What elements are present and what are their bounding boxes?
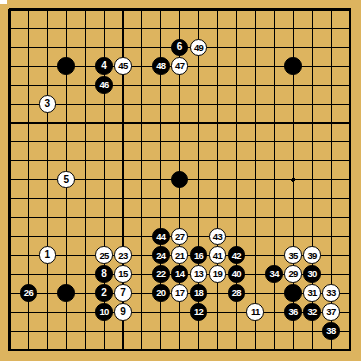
stone-white-3[interactable]: 3 [39, 95, 57, 113]
stone-black-34[interactable]: 34 [265, 265, 283, 283]
stone-black-30[interactable]: 30 [303, 265, 321, 283]
stone-black-handicap[interactable] [57, 57, 75, 75]
stone-white-29[interactable]: 29 [284, 265, 302, 283]
stone-white-45[interactable]: 45 [114, 57, 132, 75]
stone-black-46[interactable]: 46 [95, 76, 113, 94]
stone-black-12[interactable]: 12 [190, 303, 208, 321]
stone-black-4[interactable]: 4 [95, 57, 113, 75]
stone-white-21[interactable]: 21 [171, 246, 189, 264]
stone-white-1[interactable]: 1 [39, 246, 57, 264]
stone-black-32[interactable]: 32 [303, 303, 321, 321]
go-board[interactable]: 1234567891011121314151617181920212223242… [0, 0, 361, 361]
stone-white-13[interactable]: 13 [190, 265, 208, 283]
stone-white-41[interactable]: 41 [209, 246, 227, 264]
stone-black-2[interactable]: 2 [95, 284, 113, 302]
stone-white-31[interactable]: 31 [303, 284, 321, 302]
stone-white-27[interactable]: 27 [171, 228, 189, 246]
stone-black-16[interactable]: 16 [190, 246, 208, 264]
stone-white-43[interactable]: 43 [209, 228, 227, 246]
stone-white-11[interactable]: 11 [246, 303, 264, 321]
stone-black-22[interactable]: 22 [152, 265, 170, 283]
stone-black-36[interactable]: 36 [284, 303, 302, 321]
stone-black-26[interactable]: 26 [20, 284, 38, 302]
stone-black-14[interactable]: 14 [171, 265, 189, 283]
stone-white-25[interactable]: 25 [95, 246, 113, 264]
stone-black-8[interactable]: 8 [95, 265, 113, 283]
stone-black-42[interactable]: 42 [228, 246, 246, 264]
stone-black-handicap[interactable] [171, 171, 189, 189]
stone-black-40[interactable]: 40 [228, 265, 246, 283]
stone-white-35[interactable]: 35 [284, 246, 302, 264]
screen-corner-artifact [0, 0, 7, 4]
stone-black-28[interactable]: 28 [228, 284, 246, 302]
stone-white-19[interactable]: 19 [209, 265, 227, 283]
stone-white-39[interactable]: 39 [303, 246, 321, 264]
stone-black-6[interactable]: 6 [171, 39, 189, 57]
stones-layer: 1234567891011121314151617181920212223242… [0, 0, 359, 359]
stone-white-7[interactable]: 7 [114, 284, 132, 302]
stone-black-handicap[interactable] [284, 284, 302, 302]
stone-black-24[interactable]: 24 [152, 246, 170, 264]
stone-black-20[interactable]: 20 [152, 284, 170, 302]
stone-black-10[interactable]: 10 [95, 303, 113, 321]
stone-black-18[interactable]: 18 [190, 284, 208, 302]
stone-black-44[interactable]: 44 [152, 228, 170, 246]
stone-white-17[interactable]: 17 [171, 284, 189, 302]
stone-white-15[interactable]: 15 [114, 265, 132, 283]
stone-white-47[interactable]: 47 [171, 57, 189, 75]
stone-black-38[interactable]: 38 [322, 322, 340, 340]
stone-white-5[interactable]: 5 [57, 171, 75, 189]
stone-black-handicap[interactable] [57, 284, 75, 302]
stone-white-9[interactable]: 9 [114, 303, 132, 321]
stone-white-23[interactable]: 23 [114, 246, 132, 264]
stone-white-37[interactable]: 37 [322, 303, 340, 321]
stone-white-33[interactable]: 33 [322, 284, 340, 302]
stone-black-48[interactable]: 48 [152, 57, 170, 75]
stone-white-49[interactable]: 49 [190, 39, 208, 57]
stone-black-handicap[interactable] [284, 57, 302, 75]
